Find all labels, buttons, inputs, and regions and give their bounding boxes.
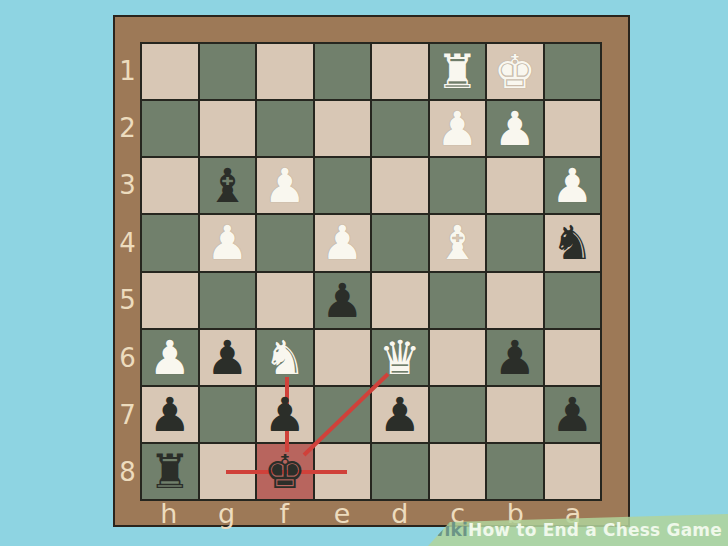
square-e2[interactable] — [315, 101, 371, 156]
black-king-f8: ♚ — [264, 448, 306, 495]
square-d7[interactable]: ♟ — [372, 387, 428, 442]
square-g2[interactable] — [200, 101, 256, 156]
square-c4[interactable]: ♝ — [430, 215, 486, 270]
board-grid: ♜♚♟♟♝♟♟♟♟♝♞♟♟♟♞♛♟♟♟♟♟♜♚ — [140, 42, 602, 501]
square-e3[interactable] — [315, 158, 371, 213]
rank-label-3: 3 — [115, 157, 140, 214]
file-label-h: h — [140, 501, 198, 524]
square-g3[interactable]: ♝ — [200, 158, 256, 213]
square-f2[interactable] — [257, 101, 313, 156]
square-g6[interactable]: ♟ — [200, 330, 256, 385]
square-d1[interactable] — [372, 44, 428, 99]
square-a4[interactable]: ♞ — [545, 215, 601, 270]
square-a8[interactable] — [545, 444, 601, 499]
white-pawn-f3: ♟ — [264, 162, 306, 209]
white-bishop-c4: ♝ — [436, 219, 478, 266]
black-knight-a4: ♞ — [551, 219, 593, 266]
black-pawn-a7: ♟ — [551, 391, 593, 438]
square-c2[interactable]: ♟ — [430, 101, 486, 156]
file-label-d: d — [371, 501, 429, 524]
rank-label-8: 8 — [115, 444, 140, 501]
white-pawn-c2: ♟ — [436, 105, 478, 152]
black-pawn-h7: ♟ — [149, 391, 191, 438]
square-b2[interactable]: ♟ — [487, 101, 543, 156]
square-d2[interactable] — [372, 101, 428, 156]
square-c1[interactable]: ♜ — [430, 44, 486, 99]
white-queen-d6: ♛ — [379, 334, 421, 381]
square-c7[interactable] — [430, 387, 486, 442]
rank-label-7: 7 — [115, 386, 140, 443]
white-pawn-e4: ♟ — [321, 219, 363, 266]
black-pawn-d7: ♟ — [379, 391, 421, 438]
square-d5[interactable] — [372, 273, 428, 328]
square-b6[interactable]: ♟ — [487, 330, 543, 385]
square-a7[interactable]: ♟ — [545, 387, 601, 442]
file-label-g: g — [198, 501, 256, 524]
black-pawn-e5: ♟ — [321, 277, 363, 324]
square-h7[interactable]: ♟ — [142, 387, 198, 442]
square-c8[interactable] — [430, 444, 486, 499]
square-b8[interactable] — [487, 444, 543, 499]
black-pawn-b6: ♟ — [494, 334, 536, 381]
white-rook-c1: ♜ — [436, 48, 478, 95]
square-b3[interactable] — [487, 158, 543, 213]
square-h8[interactable]: ♜ — [142, 444, 198, 499]
square-h1[interactable] — [142, 44, 198, 99]
square-b5[interactable] — [487, 273, 543, 328]
square-f3[interactable]: ♟ — [257, 158, 313, 213]
rank-label-2: 2 — [115, 99, 140, 156]
square-h6[interactable]: ♟ — [142, 330, 198, 385]
square-g8[interactable] — [200, 444, 256, 499]
white-pawn-h6: ♟ — [149, 334, 191, 381]
square-c6[interactable] — [430, 330, 486, 385]
square-c3[interactable] — [430, 158, 486, 213]
square-f6[interactable]: ♞ — [257, 330, 313, 385]
watermark-title: How to End a Chess Game — [468, 520, 722, 540]
square-e6[interactable] — [315, 330, 371, 385]
rank-label-4: 4 — [115, 214, 140, 271]
square-f7[interactable]: ♟ — [257, 387, 313, 442]
square-d4[interactable] — [372, 215, 428, 270]
rank-label-1: 1 — [115, 42, 140, 99]
white-pawn-g4: ♟ — [206, 219, 248, 266]
square-g1[interactable] — [200, 44, 256, 99]
square-d6[interactable]: ♛ — [372, 330, 428, 385]
square-e5[interactable]: ♟ — [315, 273, 371, 328]
white-king-b1: ♚ — [494, 48, 536, 95]
square-b4[interactable] — [487, 215, 543, 270]
square-d3[interactable] — [372, 158, 428, 213]
square-g7[interactable] — [200, 387, 256, 442]
square-a3[interactable]: ♟ — [545, 158, 601, 213]
square-f5[interactable] — [257, 273, 313, 328]
square-e1[interactable] — [315, 44, 371, 99]
square-a1[interactable] — [545, 44, 601, 99]
white-knight-f6: ♞ — [264, 334, 306, 381]
black-pawn-f7: ♟ — [264, 391, 306, 438]
square-h5[interactable] — [142, 273, 198, 328]
square-g4[interactable]: ♟ — [200, 215, 256, 270]
chess-board: 12345678 hgfedcba ♜♚♟♟♝♟♟♟♟♝♞♟♟♟♞♛♟♟♟♟♟♜… — [113, 15, 630, 527]
square-a2[interactable] — [545, 101, 601, 156]
black-pawn-g6: ♟ — [206, 334, 248, 381]
square-d8[interactable] — [372, 444, 428, 499]
black-bishop-g3: ♝ — [206, 162, 248, 209]
square-b7[interactable] — [487, 387, 543, 442]
rank-label-6: 6 — [115, 329, 140, 386]
square-f4[interactable] — [257, 215, 313, 270]
square-e7[interactable] — [315, 387, 371, 442]
black-rook-h8: ♜ — [149, 448, 191, 495]
file-label-c: c — [429, 501, 487, 524]
rank-labels: 12345678 — [115, 42, 140, 501]
square-h3[interactable] — [142, 158, 198, 213]
white-pawn-b2: ♟ — [494, 105, 536, 152]
square-f8[interactable]: ♚ — [257, 444, 313, 499]
square-f1[interactable] — [257, 44, 313, 99]
white-pawn-a3: ♟ — [551, 162, 593, 209]
file-label-e: e — [313, 501, 371, 524]
square-e8[interactable] — [315, 444, 371, 499]
square-a6[interactable] — [545, 330, 601, 385]
rank-label-5: 5 — [115, 272, 140, 329]
screenshot-root: 12345678 hgfedcba ♜♚♟♟♝♟♟♟♟♝♞♟♟♟♞♛♟♟♟♟♟♜… — [0, 0, 728, 546]
square-a5[interactable] — [545, 273, 601, 328]
square-g5[interactable] — [200, 273, 256, 328]
square-e4[interactable]: ♟ — [315, 215, 371, 270]
square-c5[interactable] — [430, 273, 486, 328]
square-b1[interactable]: ♚ — [487, 44, 543, 99]
file-label-f: f — [256, 501, 314, 524]
square-h2[interactable] — [142, 101, 198, 156]
square-h4[interactable] — [142, 215, 198, 270]
